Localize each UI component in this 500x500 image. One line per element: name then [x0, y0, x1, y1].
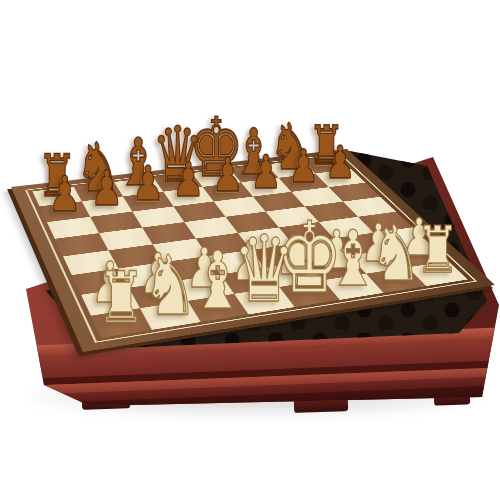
chess-set-photo: ♜♞♝♛♚♝♞♜♟♟♟♟♟♟♟♟♟♟♟♟♟♟♟♟♜♞♝♛♚♝♞♜ [0, 0, 500, 500]
